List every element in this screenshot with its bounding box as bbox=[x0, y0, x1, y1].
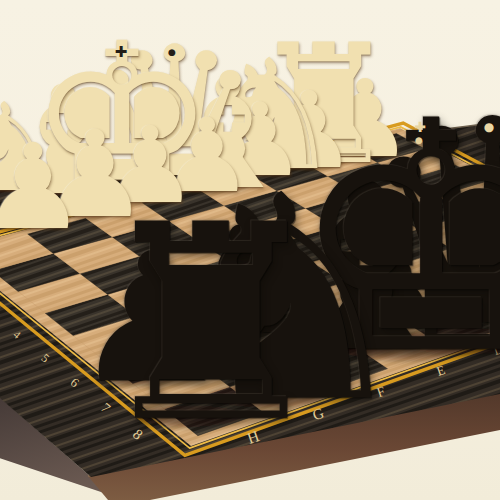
finial-cream-queen-ball: ● bbox=[168, 48, 176, 57]
finial-black-queen-ball: ● bbox=[484, 121, 494, 133]
piece-black-rook-h8[interactable]: ♜ bbox=[90, 190, 332, 460]
finial-black-king-ball: ● bbox=[415, 136, 423, 145]
chess-set-photo: HGFEDCBA87654321 ♞♟♝♟♚♟♛♟♝♟♞♟♜♟♟♜♟♞♝♟♚♛✚… bbox=[0, 0, 500, 500]
pieces-layer: ♞♟♝♟♚♟♛♟♝♟♞♟♜♟♟♜♟♞♝♟♚♛✚●✚●● bbox=[0, 0, 500, 500]
finial-black-king-cross: ✚ bbox=[414, 120, 426, 134]
finial-cream-king-cross: ✚ bbox=[115, 45, 128, 60]
